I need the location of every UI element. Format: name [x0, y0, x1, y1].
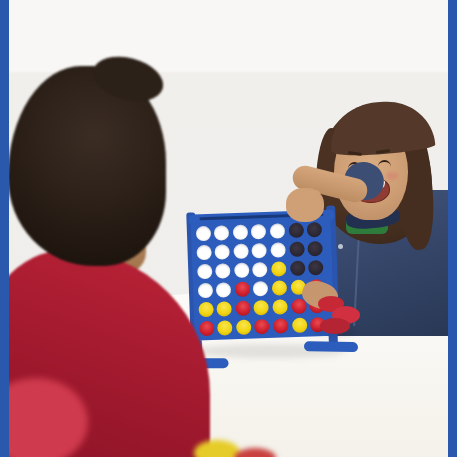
yellow-disc [271, 261, 287, 277]
board-grid [194, 220, 328, 338]
board-cell [194, 243, 213, 263]
board-cell [287, 240, 306, 260]
red-disc [235, 282, 251, 298]
board-cell [271, 297, 290, 317]
yellow-disc [292, 318, 308, 334]
photo-connect-four-match [0, 0, 457, 457]
board-cell [233, 298, 252, 318]
board-cell [215, 299, 234, 319]
empty-hole-dark [308, 260, 324, 276]
empty-hole [214, 225, 230, 241]
board-cell [214, 261, 233, 281]
board-cell [234, 317, 253, 337]
yellow-disc [198, 302, 214, 318]
board-cell [233, 279, 252, 299]
empty-hole [251, 224, 267, 240]
board-cell [306, 258, 325, 278]
board-cell [306, 239, 325, 259]
board-right-foot [304, 341, 358, 352]
board-cell [268, 221, 287, 241]
board-cell [286, 221, 305, 241]
empty-hole [233, 225, 249, 241]
board-cell [195, 262, 214, 282]
red-disc [235, 301, 251, 317]
board-cell [270, 278, 289, 298]
board-cell [197, 319, 216, 339]
board-cell [251, 260, 270, 280]
empty-hole-dark [308, 241, 324, 257]
jacket-button [338, 244, 343, 249]
board-cell [253, 317, 272, 337]
empty-hole [215, 263, 231, 279]
board-cell [216, 318, 235, 338]
girl-finger [302, 189, 321, 198]
yellow-disc [272, 280, 288, 296]
board-cell [231, 223, 250, 243]
board-cell [196, 281, 215, 301]
empty-hole [196, 226, 212, 242]
yellow-disc [272, 299, 288, 315]
frame-bar-left [0, 0, 9, 457]
board-cell [213, 242, 232, 262]
board-cell [305, 220, 324, 240]
board-cell [269, 240, 288, 260]
red-disc [273, 318, 289, 334]
girl-eye-right [378, 160, 391, 169]
board-cell [251, 279, 270, 299]
empty-hole [234, 263, 250, 279]
frame-bar-right [448, 0, 457, 457]
yellow-disc [254, 300, 270, 316]
empty-hole [233, 244, 249, 260]
empty-hole [253, 281, 269, 297]
board-cell [290, 316, 309, 336]
board-cell [249, 222, 268, 242]
board-cell [252, 298, 271, 318]
red-disc [199, 321, 215, 337]
empty-hole [197, 283, 213, 299]
girl-blush-right [386, 172, 398, 180]
board-cell [212, 223, 231, 243]
board-cell [232, 260, 251, 280]
empty-hole-dark [289, 242, 305, 258]
yellow-disc [236, 320, 252, 336]
board-cell [271, 316, 290, 336]
board-cell [231, 241, 250, 261]
board-cell [196, 300, 215, 320]
board-cell [269, 259, 288, 279]
empty-hole [196, 245, 212, 261]
empty-hole [252, 243, 268, 259]
yellow-disc [217, 301, 233, 317]
empty-hole [216, 282, 232, 298]
empty-hole [270, 223, 286, 239]
empty-hole-dark [307, 222, 323, 238]
board-cell [194, 224, 213, 244]
empty-hole-dark [288, 223, 304, 239]
empty-hole [215, 244, 231, 260]
red-disc-spare [320, 318, 350, 334]
board-cell [214, 280, 233, 300]
red-disc [254, 319, 270, 335]
empty-hole [252, 262, 268, 278]
board-cell [288, 259, 307, 279]
yellow-disc [217, 320, 233, 336]
empty-hole [270, 242, 286, 258]
empty-hole-dark [290, 261, 306, 277]
empty-hole [197, 264, 213, 280]
board-cell [250, 241, 269, 261]
